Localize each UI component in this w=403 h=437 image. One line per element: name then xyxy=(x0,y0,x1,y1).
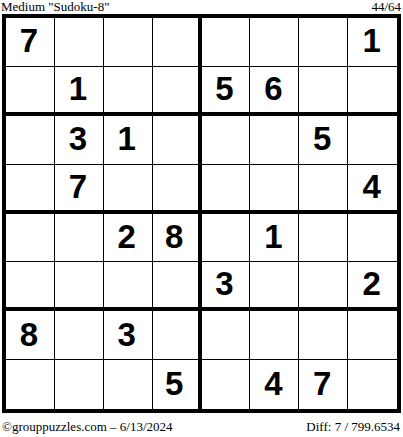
given-digit: 5 xyxy=(215,72,233,105)
given-digit: 5 xyxy=(313,122,331,155)
puzzle-header: Medium "Sudoku-8" 44/64 xyxy=(0,0,403,13)
cell-r6c6[interactable] xyxy=(250,262,299,311)
cell-r2c6: 6 xyxy=(250,67,299,116)
cell-r4c5[interactable] xyxy=(202,165,251,214)
cell-r1c2[interactable] xyxy=(55,18,104,67)
given-digit: 1 xyxy=(264,220,282,253)
cell-r2c4[interactable] xyxy=(153,67,202,116)
cell-r5c5[interactable] xyxy=(202,214,251,263)
sudoku-board: 71156315742813283547 xyxy=(2,14,401,413)
cell-r4c4[interactable] xyxy=(153,165,202,214)
cell-r7c4[interactable] xyxy=(153,311,202,360)
cell-r2c2: 1 xyxy=(55,67,104,116)
given-digit: 2 xyxy=(118,220,136,253)
cell-r7c2[interactable] xyxy=(55,311,104,360)
cell-r5c6: 1 xyxy=(250,214,299,263)
cell-r6c3[interactable] xyxy=(104,262,153,311)
given-digit: 2 xyxy=(362,267,380,300)
cell-r3c4[interactable] xyxy=(153,116,202,165)
cell-r8c6: 4 xyxy=(250,360,299,409)
given-digit: 8 xyxy=(165,220,183,253)
cell-r3c8[interactable] xyxy=(348,116,397,165)
cell-r1c7[interactable] xyxy=(299,18,348,67)
cell-r1c1: 7 xyxy=(6,18,55,67)
cell-r4c1[interactable] xyxy=(6,165,55,214)
cell-r3c3: 1 xyxy=(104,116,153,165)
cell-r5c3: 2 xyxy=(104,214,153,263)
cell-r7c5[interactable] xyxy=(202,311,251,360)
puzzle-footer: ©grouppuzzles.com – 6/13/2024 Diff: 7 / … xyxy=(0,420,403,434)
cell-r4c6[interactable] xyxy=(250,165,299,214)
given-digit: 3 xyxy=(215,267,233,300)
cell-r7c1: 8 xyxy=(6,311,55,360)
cell-r1c8: 1 xyxy=(348,18,397,67)
given-digit: 7 xyxy=(69,170,87,203)
cell-r5c2[interactable] xyxy=(55,214,104,263)
cell-r4c2: 7 xyxy=(55,165,104,214)
cell-r6c2[interactable] xyxy=(55,262,104,311)
cell-r6c1[interactable] xyxy=(6,262,55,311)
given-digit: 8 xyxy=(20,318,38,351)
cell-r7c3: 3 xyxy=(104,311,153,360)
given-digit: 7 xyxy=(20,24,38,57)
cell-r5c7[interactable] xyxy=(299,214,348,263)
cell-r7c7[interactable] xyxy=(299,311,348,360)
given-digit: 7 xyxy=(313,367,331,400)
cell-r8c4: 5 xyxy=(153,360,202,409)
cell-r4c7[interactable] xyxy=(299,165,348,214)
cell-r6c4[interactable] xyxy=(153,262,202,311)
cell-r8c1[interactable] xyxy=(6,360,55,409)
cell-r8c7: 7 xyxy=(299,360,348,409)
cell-r4c3[interactable] xyxy=(104,165,153,214)
given-digit: 3 xyxy=(69,122,87,155)
cell-r4c8: 4 xyxy=(348,165,397,214)
cell-r2c1[interactable] xyxy=(6,67,55,116)
cell-r3c7: 5 xyxy=(299,116,348,165)
cell-r3c2: 3 xyxy=(55,116,104,165)
cell-r1c4[interactable] xyxy=(153,18,202,67)
difficulty-rating: Diff: 7 / 799.6534 xyxy=(306,420,400,434)
cell-r2c7[interactable] xyxy=(299,67,348,116)
cell-r6c5: 3 xyxy=(202,262,251,311)
cell-r6c8: 2 xyxy=(348,262,397,311)
cell-r3c6[interactable] xyxy=(250,116,299,165)
given-digit: 6 xyxy=(264,72,282,105)
cell-r1c3[interactable] xyxy=(104,18,153,67)
clue-counter: 44/64 xyxy=(371,0,401,13)
cell-r3c5[interactable] xyxy=(202,116,251,165)
cell-r2c3[interactable] xyxy=(104,67,153,116)
given-digit: 3 xyxy=(118,318,136,351)
cell-r8c3[interactable] xyxy=(104,360,153,409)
puzzle-title: Medium "Sudoku-8" xyxy=(1,0,109,13)
given-digit: 4 xyxy=(264,367,282,400)
given-digit: 1 xyxy=(362,24,380,57)
cell-r8c8[interactable] xyxy=(348,360,397,409)
cell-r3c1[interactable] xyxy=(6,116,55,165)
copyright-date: ©grouppuzzles.com – 6/13/2024 xyxy=(2,420,173,434)
cell-r2c8[interactable] xyxy=(348,67,397,116)
cell-r8c5[interactable] xyxy=(202,360,251,409)
cell-r5c8[interactable] xyxy=(348,214,397,263)
cell-r2c5: 5 xyxy=(202,67,251,116)
cell-r7c8[interactable] xyxy=(348,311,397,360)
given-digit: 1 xyxy=(118,122,136,155)
given-digit: 1 xyxy=(69,72,87,105)
cell-r1c6[interactable] xyxy=(250,18,299,67)
cell-r6c7[interactable] xyxy=(299,262,348,311)
cell-r5c1[interactable] xyxy=(6,214,55,263)
given-digit: 4 xyxy=(362,170,380,203)
cell-r7c6[interactable] xyxy=(250,311,299,360)
cell-r1c5[interactable] xyxy=(202,18,251,67)
cell-r5c4: 8 xyxy=(153,214,202,263)
cell-r8c2[interactable] xyxy=(55,360,104,409)
given-digit: 5 xyxy=(165,367,183,400)
